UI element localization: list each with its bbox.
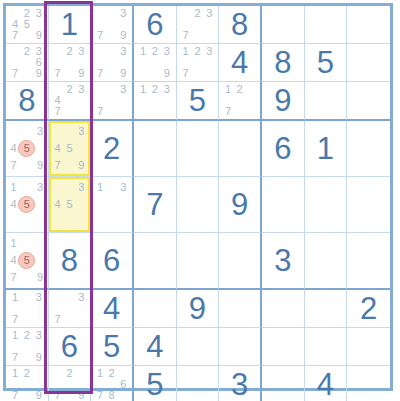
candidate-7: 7 (94, 68, 106, 79)
cell-r6c8[interactable] (305, 233, 348, 290)
cell-r6c2[interactable]: 8 (49, 233, 92, 290)
cell-r7c8[interactable] (305, 290, 348, 328)
candidate-9: 9 (33, 30, 45, 41)
candidate-4 (137, 57, 149, 68)
candidate-8 (64, 390, 76, 401)
cell-r7c7[interactable] (262, 290, 305, 328)
candidate-1 (94, 84, 106, 95)
candidate-1: 1 (222, 84, 234, 95)
digit: 3 (274, 245, 291, 276)
cell-r6c1[interactable]: 14579 (6, 233, 49, 290)
cell-r1c5[interactable]: 237 (177, 6, 220, 44)
candidate-3 (245, 84, 257, 95)
digit: 8 (61, 245, 78, 276)
candidate-8 (21, 390, 33, 401)
candidate-6 (117, 95, 129, 106)
candidate-9: 9 (33, 390, 45, 401)
candidate-3: 3 (117, 46, 129, 57)
candidate-3: 3 (35, 179, 44, 196)
candidate-7: 7 (94, 390, 106, 401)
candidate-5 (106, 19, 118, 30)
candidate-5: 5 (18, 140, 35, 157)
cell-r5c4[interactable]: 7 (134, 177, 177, 233)
candidate-grid: 127 (219, 82, 260, 119)
candidate-2: 2 (106, 368, 118, 379)
candidate-1 (52, 46, 64, 57)
cell-r1c2[interactable]: 1 (49, 6, 92, 44)
cell-r6c9[interactable] (347, 233, 390, 290)
digit: 7 (146, 189, 163, 220)
candidate-1 (180, 8, 192, 19)
candidate-8 (21, 314, 33, 325)
candidate-grid: 137 (6, 290, 48, 327)
cell-r8c5[interactable] (177, 328, 220, 366)
candidate-8: 8 (106, 390, 118, 401)
digit: 6 (103, 245, 120, 276)
digit: 9 (189, 293, 206, 324)
cell-r1c6[interactable]: 8 (219, 6, 262, 44)
candidate-8 (21, 352, 33, 363)
candidate-8 (192, 68, 204, 79)
candidate-1 (52, 292, 64, 303)
candidate-6 (75, 303, 87, 314)
cell-r4c7[interactable]: 6 (262, 121, 305, 177)
candidate-3: 3 (161, 84, 173, 95)
candidate-7: 7 (94, 106, 106, 117)
cell-r2c9[interactable] (347, 44, 390, 82)
cell-r7c3[interactable]: 4 (91, 290, 134, 328)
candidate-8 (106, 213, 118, 230)
candidate-9: 9 (75, 157, 87, 174)
digit: 6 (61, 331, 78, 362)
candidate-grid: 34579 (49, 121, 91, 176)
candidate-7: 7 (9, 352, 21, 363)
cell-r6c4[interactable] (134, 233, 177, 290)
cell-r5c8[interactable] (305, 177, 348, 233)
candidate-2: 2 (21, 368, 33, 379)
cell-r1c4[interactable]: 6 (134, 6, 177, 44)
candidate-3: 3 (203, 8, 215, 19)
candidate-7: 7 (9, 157, 18, 174)
cell-r9c5[interactable] (177, 366, 220, 401)
candidate-4 (137, 95, 149, 106)
candidate-3: 3 (33, 8, 45, 19)
cell-r8c6[interactable] (219, 328, 262, 366)
candidate-9: 9 (75, 68, 87, 79)
candidate-8 (234, 106, 246, 117)
cell-r5c3[interactable]: 13 (91, 177, 134, 233)
candidate-6 (245, 95, 257, 106)
candidate-5 (21, 341, 33, 352)
cell-r1c9[interactable] (347, 6, 390, 44)
candidate-8 (192, 30, 204, 41)
candidate-grid: 23679 (6, 44, 48, 81)
candidate-8 (106, 30, 118, 41)
sudoku-app: 2345791379623782367923793791239123748582… (0, 0, 400, 401)
cell-r3c1[interactable]: 8 (6, 82, 49, 121)
digit: 8 (231, 9, 248, 40)
cell-r1c8[interactable] (305, 6, 348, 44)
cell-r7c1[interactable]: 137 (6, 290, 49, 328)
candidate-7: 7 (9, 390, 21, 401)
candidate-grid: 379 (91, 44, 132, 81)
candidate-1: 1 (137, 46, 149, 57)
cell-r7c9[interactable]: 2 (347, 290, 390, 328)
candidate-5 (64, 379, 76, 390)
candidate-5: 5 (18, 252, 35, 269)
candidate-3: 3 (33, 330, 45, 341)
digit: 1 (317, 133, 334, 164)
cell-r6c6[interactable] (219, 233, 262, 290)
candidate-6 (203, 19, 215, 30)
candidate-8 (18, 269, 35, 286)
candidate-grid: 379 (91, 6, 132, 43)
candidate-grid: 14579 (6, 233, 48, 288)
cell-r8c4[interactable]: 4 (134, 328, 177, 366)
digit: 6 (146, 9, 163, 40)
candidate-7 (9, 213, 18, 230)
candidate-9 (117, 106, 129, 117)
digit: 3 (231, 369, 248, 400)
candidate-grid: 123 (134, 82, 176, 119)
cell-r8c8[interactable] (305, 328, 348, 366)
candidate-8 (106, 68, 118, 79)
candidate-grid: 12379 (6, 328, 48, 365)
candidate-grid: 2379 (49, 44, 91, 81)
candidate-7: 7 (52, 390, 64, 401)
candidate-3 (33, 368, 45, 379)
candidate-9: 9 (33, 68, 45, 79)
cell-r5c2[interactable]: 345 (49, 177, 92, 233)
candidate-2 (64, 292, 76, 303)
candidate-1: 1 (137, 84, 149, 95)
candidate-6 (203, 57, 215, 68)
candidate-1: 1 (180, 46, 192, 57)
cell-r8c9[interactable] (347, 328, 390, 366)
cell-r4c3[interactable]: 2 (91, 121, 134, 177)
candidate-2: 2 (21, 330, 33, 341)
candidate-grid: 2347 (49, 82, 91, 119)
candidate-grid: 1279 (6, 366, 48, 401)
candidate-2: 2 (64, 84, 76, 95)
candidate-9: 9 (75, 390, 87, 401)
candidate-8 (64, 314, 76, 325)
digit: 5 (103, 331, 120, 362)
candidate-3: 3 (35, 123, 44, 140)
cell-r4c4[interactable] (134, 121, 177, 177)
candidate-9 (203, 68, 215, 79)
digit: 9 (231, 189, 248, 220)
digit: 4 (103, 293, 120, 324)
sudoku-board: 2345791379623782367923793791239123748582… (3, 3, 393, 391)
candidate-1 (52, 368, 64, 379)
cell-r6c7[interactable]: 3 (262, 233, 305, 290)
candidate-7: 7 (52, 106, 64, 117)
candidate-1 (94, 8, 106, 19)
cell-r9c1[interactable]: 1279 (6, 366, 49, 401)
cell-r9c7[interactable] (262, 366, 305, 401)
candidate-4: 4 (52, 196, 64, 213)
candidate-2: 2 (21, 46, 33, 57)
digit: 4 (231, 47, 248, 78)
candidate-7: 7 (9, 68, 21, 79)
candidate-9 (245, 106, 257, 117)
candidate-5 (106, 196, 118, 213)
candidate-8 (64, 213, 76, 230)
candidate-6 (35, 140, 44, 157)
cell-r8c7[interactable] (262, 328, 305, 366)
candidate-3 (75, 368, 87, 379)
cell-r2c5[interactable]: 1237 (177, 44, 220, 82)
candidate-grid: 1345 (6, 177, 48, 232)
cell-r3c8[interactable] (305, 82, 348, 121)
candidate-5 (149, 57, 161, 68)
cell-r3c5[interactable]: 5 (177, 82, 220, 121)
candidate-grid: 12678 (91, 366, 132, 401)
candidate-5 (21, 303, 33, 314)
candidate-grid: 13 (91, 177, 132, 232)
digit: 8 (18, 85, 35, 116)
candidate-8 (64, 157, 76, 174)
cell-r5c1[interactable]: 1345 (6, 177, 49, 233)
candidate-1: 1 (9, 179, 18, 196)
candidate-8 (21, 30, 33, 41)
candidate-7: 7 (9, 314, 21, 325)
candidate-6 (161, 95, 173, 106)
candidate-5 (149, 95, 161, 106)
cell-r5c9[interactable] (347, 177, 390, 233)
candidate-9: 9 (117, 68, 129, 79)
cell-r2c8[interactable]: 5 (305, 44, 348, 82)
cell-r4c8[interactable]: 1 (305, 121, 348, 177)
digit: 8 (274, 47, 291, 78)
cell-r3c2[interactable]: 2347 (49, 82, 92, 121)
cell-r2c3[interactable]: 379 (91, 44, 134, 82)
candidate-2: 2 (192, 8, 204, 19)
cell-r3c7[interactable]: 9 (262, 82, 305, 121)
cell-r6c3[interactable]: 6 (91, 233, 134, 290)
candidate-3: 3 (75, 84, 87, 95)
candidate-9 (161, 106, 173, 117)
cell-r2c7[interactable]: 8 (262, 44, 305, 82)
candidate-5: 5 (64, 140, 76, 157)
cell-r5c5[interactable] (177, 177, 220, 233)
candidate-9 (117, 213, 129, 230)
candidate-3: 3 (75, 46, 87, 57)
digit: 5 (189, 85, 206, 116)
candidate-9: 9 (33, 352, 45, 363)
candidate-9: 9 (117, 30, 129, 41)
candidate-5 (21, 57, 33, 68)
candidate-4: 4 (9, 140, 18, 157)
cell-r9c4[interactable]: 5 (134, 366, 177, 401)
candidate-2: 2 (64, 46, 76, 57)
cell-r7c5[interactable]: 9 (177, 290, 220, 328)
candidate-4: 4 (9, 252, 18, 269)
cell-r9c8[interactable]: 4 (305, 366, 348, 401)
cell-r8c2[interactable]: 6 (49, 328, 92, 366)
candidate-grid: 237 (177, 6, 219, 43)
highlight-circle-icon: 5 (18, 196, 35, 213)
cell-r8c1[interactable]: 12379 (6, 328, 49, 366)
digit: 5 (317, 47, 334, 78)
candidate-6 (75, 95, 87, 106)
candidate-2 (106, 84, 118, 95)
cell-r7c6[interactable] (219, 290, 262, 328)
candidate-1 (52, 123, 64, 140)
cell-r4c1[interactable]: 34579 (6, 121, 49, 177)
candidate-8 (149, 106, 161, 117)
candidate-3 (35, 235, 44, 252)
candidate-2 (18, 179, 35, 196)
candidate-grid: 345 (49, 177, 91, 232)
candidate-9 (203, 30, 215, 41)
candidate-2: 2 (192, 46, 204, 57)
candidate-8 (149, 68, 161, 79)
candidate-4 (94, 196, 106, 213)
candidate-2 (64, 123, 76, 140)
candidate-2: 2 (149, 84, 161, 95)
candidate-8 (64, 68, 76, 79)
candidate-2: 2 (149, 46, 161, 57)
digit: 4 (317, 369, 334, 400)
candidate-1 (52, 179, 64, 196)
cell-r9c2[interactable]: 279 (49, 366, 92, 401)
candidate-grid: 234579 (6, 6, 48, 43)
candidate-6 (75, 196, 87, 213)
candidate-grid: 37 (49, 290, 91, 327)
candidate-5 (106, 57, 118, 68)
digit: 6 (274, 133, 291, 164)
candidate-grid: 1237 (177, 44, 219, 81)
digit: 2 (360, 293, 377, 324)
digit: 5 (146, 369, 163, 400)
candidate-2 (18, 235, 35, 252)
candidate-9 (75, 106, 87, 117)
cell-r4c9[interactable] (347, 121, 390, 177)
candidate-1 (94, 46, 106, 57)
candidate-1: 1 (9, 235, 18, 252)
cell-r2c2[interactable]: 2379 (49, 44, 92, 82)
candidate-5 (106, 95, 118, 106)
cell-r9c9[interactable] (347, 366, 390, 401)
candidate-3: 3 (33, 292, 45, 303)
cell-r8c3[interactable]: 5 (91, 328, 134, 366)
candidate-7: 7 (52, 314, 64, 325)
candidate-6 (35, 252, 44, 269)
cell-r1c7[interactable] (262, 6, 305, 44)
candidate-8 (64, 106, 76, 117)
candidate-5 (192, 57, 204, 68)
candidate-4: 4 (9, 196, 18, 213)
cell-r9c3[interactable]: 12678 (91, 366, 134, 401)
candidate-1: 1 (94, 179, 106, 196)
candidate-1 (9, 123, 18, 140)
digit: 9 (274, 85, 291, 116)
candidate-5 (64, 57, 76, 68)
candidate-3: 3 (117, 8, 129, 19)
candidate-2 (18, 123, 35, 140)
candidate-grid: 1239 (134, 44, 176, 81)
candidate-1: 1 (94, 368, 106, 379)
digit: 1 (61, 9, 78, 40)
candidate-6 (117, 196, 129, 213)
cell-r5c7[interactable] (262, 177, 305, 233)
candidate-9: 9 (161, 68, 173, 79)
candidate-1: 1 (9, 292, 21, 303)
candidate-8 (21, 68, 33, 79)
cell-r7c2[interactable]: 37 (49, 290, 92, 328)
digit: 4 (146, 331, 163, 362)
cell-r1c1[interactable]: 234579 (6, 6, 49, 44)
cell-r2c1[interactable]: 23679 (6, 44, 49, 82)
candidate-2 (106, 8, 118, 19)
candidate-2 (21, 292, 33, 303)
candidate-7 (94, 213, 106, 230)
cell-r5c6[interactable]: 9 (219, 177, 262, 233)
candidate-2 (106, 46, 118, 57)
digit: 2 (103, 133, 120, 164)
cell-r6c5[interactable] (177, 233, 220, 290)
candidate-1 (9, 46, 21, 57)
candidate-5: 5 (18, 196, 35, 213)
candidate-9 (117, 390, 129, 401)
candidate-5 (64, 303, 76, 314)
cell-r3c4[interactable]: 123 (134, 82, 177, 121)
candidate-7: 7 (9, 30, 21, 41)
cell-r3c3[interactable]: 37 (91, 82, 134, 121)
cell-r4c5[interactable] (177, 121, 220, 177)
candidate-3: 3 (117, 179, 129, 196)
candidate-9 (35, 213, 44, 230)
candidate-7 (137, 106, 149, 117)
candidate-6 (33, 303, 45, 314)
candidate-9: 9 (35, 269, 44, 286)
cell-r3c9[interactable] (347, 82, 390, 121)
candidate-2: 2 (234, 84, 246, 95)
cell-r9c6[interactable]: 3 (219, 366, 262, 401)
cell-r2c4[interactable]: 1239 (134, 44, 177, 82)
candidate-9 (33, 314, 45, 325)
highlight-circle-icon: 5 (18, 140, 35, 157)
candidate-2 (106, 179, 118, 196)
cell-r4c2[interactable]: 34579 (49, 121, 92, 177)
candidate-3: 3 (75, 179, 87, 196)
candidate-3: 3 (161, 46, 173, 57)
candidate-9 (75, 213, 87, 230)
candidate-3: 3 (203, 46, 215, 57)
cell-r7c4[interactable] (134, 290, 177, 328)
candidate-7 (52, 213, 64, 230)
candidate-5 (192, 19, 204, 30)
candidate-5 (64, 95, 76, 106)
candidate-5: 5 (21, 19, 33, 30)
candidate-7: 7 (180, 68, 192, 79)
candidate-7: 7 (94, 30, 106, 41)
candidate-9: 9 (35, 157, 44, 174)
cell-r2c6[interactable]: 4 (219, 44, 262, 82)
candidate-6 (75, 140, 87, 157)
candidate-5 (234, 95, 246, 106)
cell-r3c6[interactable]: 127 (219, 82, 262, 121)
candidate-7: 7 (9, 269, 18, 286)
candidate-3: 3 (75, 123, 87, 140)
candidate-7: 7 (52, 68, 64, 79)
candidate-7: 7 (180, 30, 192, 41)
cell-r4c6[interactable] (219, 121, 262, 177)
cell-r1c3[interactable]: 379 (91, 6, 134, 44)
candidate-7 (137, 68, 149, 79)
